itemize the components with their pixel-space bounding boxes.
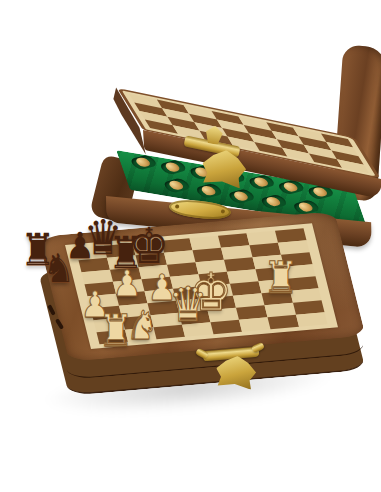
board-square-f1[interactable] [239,317,271,331]
stored-piece[interactable] [231,190,250,201]
piece-black-knight-a5[interactable]: ♞ [43,247,75,287]
storage-slot [158,159,188,175]
piece-white-rook-a1[interactable]: ♜ [98,309,134,353]
board-square-g1[interactable] [268,315,300,329]
storage-slot [226,188,256,204]
piece-white-pawn-b4[interactable]: ♟ [113,266,142,302]
storage-slot [194,183,224,199]
stored-piece[interactable] [134,156,153,167]
stored-piece[interactable] [264,196,283,207]
board-square-h1[interactable] [296,312,328,326]
stored-piece[interactable] [311,186,330,197]
stored-piece[interactable] [252,176,271,187]
stored-piece[interactable] [199,185,218,196]
storage-slot [128,154,158,170]
stored-piece[interactable] [281,181,300,192]
stored-piece[interactable] [167,179,186,190]
storage-slot [259,194,289,210]
screw-icon [175,204,179,208]
stored-piece[interactable] [296,201,315,212]
storage-slot [162,177,192,193]
product-photo-scene: ♟♛♜♜♚♞♟♟♜♟♚♛♜♞ [0,0,381,492]
stored-piece[interactable] [163,161,182,172]
piece-white-rook-g4[interactable]: ♜ [263,256,299,300]
screw-icon [221,209,225,213]
piece-white-queen-d2[interactable]: ♛ [169,280,208,328]
